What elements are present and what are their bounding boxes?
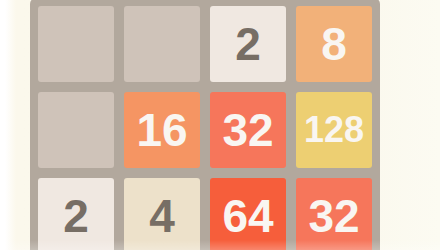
tile-4-r3c2: 4: [124, 178, 200, 250]
tile-128-r2c4: 128: [296, 92, 372, 168]
tile-8-r1c4: 8: [296, 6, 372, 82]
tile-64-r3c3: 64: [210, 178, 286, 250]
tile-2-r3c1: 2: [38, 178, 114, 250]
empty-cell-r1c2: [124, 6, 200, 82]
tile-16-r2c2: 16: [124, 92, 200, 168]
tile-32-r3c4: 32: [296, 178, 372, 250]
game-screen: 281632128246432: [0, 0, 440, 250]
empty-cell-r1c1: [38, 6, 114, 82]
tile-2-r1c3: 2: [210, 6, 286, 82]
2048-board[interactable]: 281632128246432: [30, 0, 380, 250]
tile-32-r2c3: 32: [210, 92, 286, 168]
empty-cell-r2c1: [38, 92, 114, 168]
